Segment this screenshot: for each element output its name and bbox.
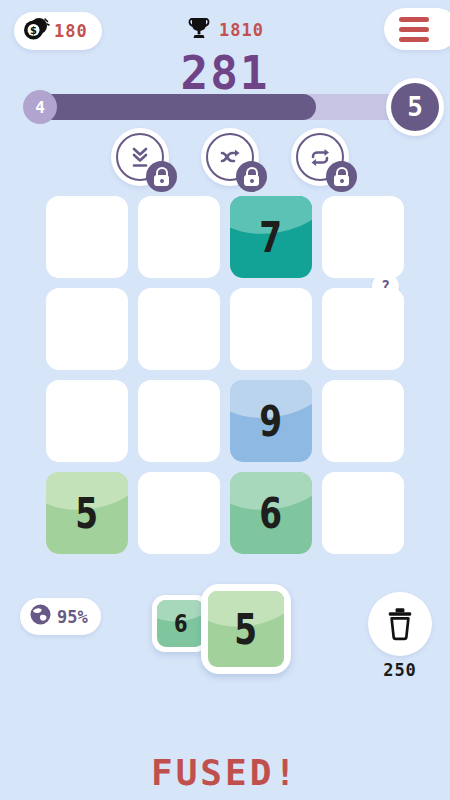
board-cell[interactable] bbox=[322, 472, 404, 554]
powerup-row: ? bbox=[0, 128, 450, 188]
score-value: 281 bbox=[0, 46, 450, 100]
tile-number: 7 bbox=[260, 213, 283, 262]
tile-7[interactable]: 7 bbox=[230, 196, 312, 278]
board-cell[interactable] bbox=[138, 380, 220, 462]
progress-track bbox=[26, 94, 440, 120]
trash-button[interactable] bbox=[368, 592, 432, 656]
hamburger-menu-button[interactable] bbox=[384, 8, 450, 50]
board-cell[interactable] bbox=[322, 288, 404, 370]
hamburger-menu-icon bbox=[399, 17, 429, 22]
tile-number: 6 bbox=[260, 489, 283, 538]
board-cell[interactable] bbox=[46, 196, 128, 278]
current-tile[interactable]: 5 bbox=[208, 591, 284, 667]
trophy-count: 1810 bbox=[219, 20, 264, 40]
game-title-banner: FUSED! bbox=[0, 752, 450, 793]
trophy-score-group: 1810 bbox=[0, 16, 450, 44]
progress-fill bbox=[26, 94, 316, 120]
current-tile-tray[interactable]: 5 bbox=[201, 584, 291, 674]
tile-number: 5 bbox=[76, 489, 99, 538]
trophy-icon bbox=[186, 16, 212, 44]
board-cell[interactable] bbox=[46, 288, 128, 370]
trash-can-icon bbox=[382, 605, 418, 643]
board-cell[interactable] bbox=[138, 472, 220, 554]
trash-count: 250 bbox=[368, 660, 432, 680]
lock-icon bbox=[326, 161, 357, 192]
lock-icon bbox=[146, 161, 177, 192]
powerup-drop-all-button[interactable] bbox=[111, 128, 169, 186]
tile-number: 9 bbox=[260, 397, 283, 446]
world-percent-pill: 95% bbox=[20, 598, 101, 635]
globe-icon bbox=[29, 603, 52, 630]
board: 7956 bbox=[46, 196, 404, 554]
board-cell[interactable]: 7 bbox=[230, 196, 312, 278]
next-level-number: 5 bbox=[391, 83, 439, 131]
board-cell[interactable] bbox=[322, 380, 404, 462]
current-level-badge: 4 bbox=[23, 90, 57, 124]
board-cell[interactable] bbox=[322, 196, 404, 278]
world-percent-value: 95% bbox=[57, 607, 88, 627]
board-cell[interactable]: 9 bbox=[230, 380, 312, 462]
next-tile: 6 bbox=[157, 600, 204, 647]
tile-6[interactable]: 6 bbox=[230, 472, 312, 554]
board-cell[interactable] bbox=[138, 196, 220, 278]
board-cell[interactable] bbox=[230, 288, 312, 370]
board-cell[interactable]: 6 bbox=[230, 472, 312, 554]
tile-5[interactable]: 5 bbox=[46, 472, 128, 554]
board-cell[interactable]: 5 bbox=[46, 472, 128, 554]
tile-9[interactable]: 9 bbox=[230, 380, 312, 462]
board-cell[interactable] bbox=[138, 288, 220, 370]
lock-icon bbox=[236, 161, 267, 192]
powerup-shuffle-button[interactable] bbox=[201, 128, 259, 186]
game-screen: $ 180 1810 281 4 5 bbox=[0, 0, 450, 800]
level-progress-bar: 4 5 bbox=[0, 94, 450, 120]
board-cell[interactable] bbox=[46, 380, 128, 462]
powerup-swap-button[interactable] bbox=[291, 128, 349, 186]
